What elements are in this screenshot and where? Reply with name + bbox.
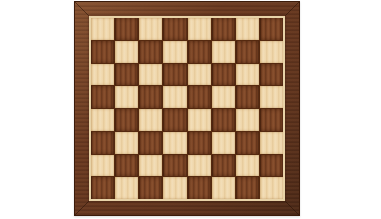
board-grid: [91, 18, 283, 199]
square-f3[interactable]: [212, 132, 235, 154]
square-f1[interactable]: [212, 177, 235, 199]
square-e6[interactable]: [188, 64, 211, 86]
square-g3[interactable]: [236, 132, 259, 154]
square-e2[interactable]: [188, 155, 211, 177]
square-f4[interactable]: [212, 109, 235, 131]
square-g8[interactable]: [236, 18, 259, 40]
square-a2[interactable]: [91, 155, 114, 177]
square-c8[interactable]: [139, 18, 162, 40]
square-e5[interactable]: [188, 86, 211, 108]
frame-miter-top-left: [75, 2, 90, 17]
square-b5[interactable]: [115, 86, 138, 108]
square-g4[interactable]: [236, 109, 259, 131]
square-h1[interactable]: [260, 177, 283, 199]
square-e1[interactable]: [188, 177, 211, 199]
square-c2[interactable]: [139, 155, 162, 177]
square-b3[interactable]: [115, 132, 138, 154]
square-d8[interactable]: [163, 18, 186, 40]
square-g6[interactable]: [236, 64, 259, 86]
square-h2[interactable]: [260, 155, 283, 177]
square-g2[interactable]: [236, 155, 259, 177]
square-h3[interactable]: [260, 132, 283, 154]
frame-miter-bottom-left: [75, 200, 90, 215]
square-c3[interactable]: [139, 132, 162, 154]
square-d7[interactable]: [163, 41, 186, 63]
square-a5[interactable]: [91, 86, 114, 108]
square-b4[interactable]: [115, 109, 138, 131]
square-g7[interactable]: [236, 41, 259, 63]
square-d6[interactable]: [163, 64, 186, 86]
square-h6[interactable]: [260, 64, 283, 86]
square-b2[interactable]: [115, 155, 138, 177]
square-a8[interactable]: [91, 18, 114, 40]
frame-miter-top-right: [284, 2, 299, 17]
square-b6[interactable]: [115, 64, 138, 86]
square-a1[interactable]: [91, 177, 114, 199]
square-d3[interactable]: [163, 132, 186, 154]
square-a7[interactable]: [91, 41, 114, 63]
square-f2[interactable]: [212, 155, 235, 177]
square-h8[interactable]: [260, 18, 283, 40]
square-h4[interactable]: [260, 109, 283, 131]
square-f5[interactable]: [212, 86, 235, 108]
square-e7[interactable]: [188, 41, 211, 63]
square-c7[interactable]: [139, 41, 162, 63]
square-f8[interactable]: [212, 18, 235, 40]
square-d1[interactable]: [163, 177, 186, 199]
square-a4[interactable]: [91, 109, 114, 131]
square-b1[interactable]: [115, 177, 138, 199]
page-background: [0, 0, 381, 219]
square-b8[interactable]: [115, 18, 138, 40]
square-e4[interactable]: [188, 109, 211, 131]
square-c4[interactable]: [139, 109, 162, 131]
square-e8[interactable]: [188, 18, 211, 40]
square-a6[interactable]: [91, 64, 114, 86]
square-c1[interactable]: [139, 177, 162, 199]
square-a3[interactable]: [91, 132, 114, 154]
board-playing-area: [89, 16, 285, 201]
frame-miter-bottom-right: [284, 200, 299, 215]
chess-board: [74, 1, 300, 216]
square-c5[interactable]: [139, 86, 162, 108]
square-e3[interactable]: [188, 132, 211, 154]
square-f6[interactable]: [212, 64, 235, 86]
square-h7[interactable]: [260, 41, 283, 63]
square-g1[interactable]: [236, 177, 259, 199]
square-b7[interactable]: [115, 41, 138, 63]
square-g5[interactable]: [236, 86, 259, 108]
square-f7[interactable]: [212, 41, 235, 63]
square-d5[interactable]: [163, 86, 186, 108]
square-d4[interactable]: [163, 109, 186, 131]
square-h5[interactable]: [260, 86, 283, 108]
square-c6[interactable]: [139, 64, 162, 86]
square-d2[interactable]: [163, 155, 186, 177]
